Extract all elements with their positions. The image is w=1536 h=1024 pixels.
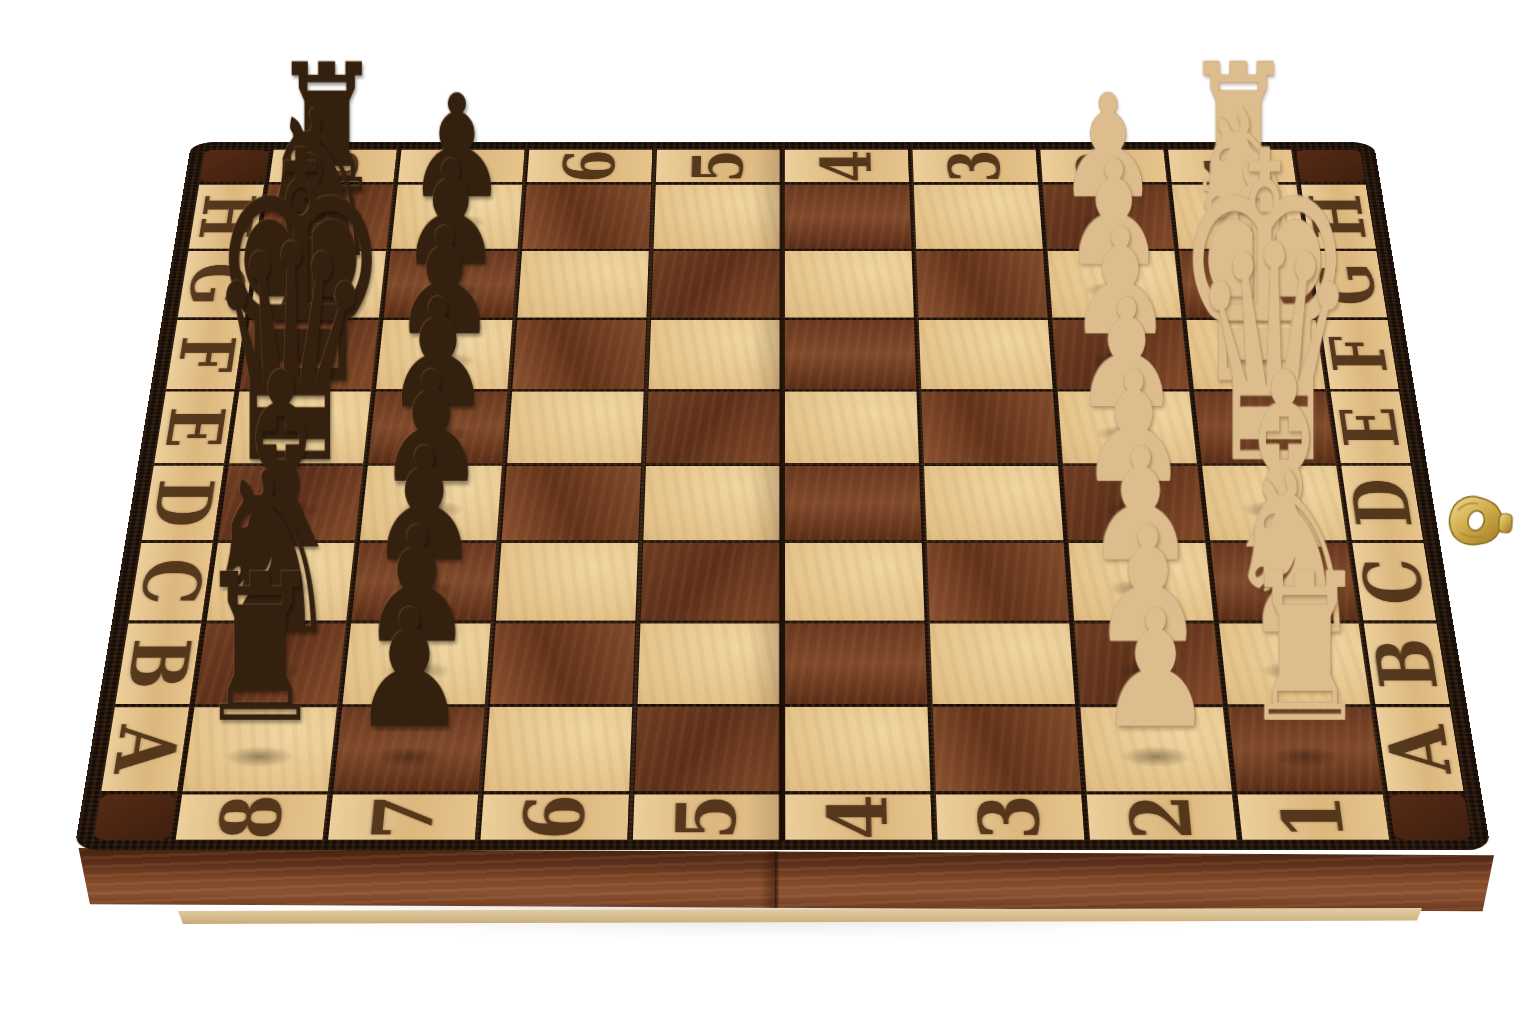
square-d6 xyxy=(502,466,641,540)
piece-light-pawn-a2: ♟ xyxy=(1097,589,1214,752)
square-e3 xyxy=(921,392,1058,464)
brass-clasp-icon xyxy=(1441,489,1521,554)
coord-label: 1 xyxy=(1270,795,1356,840)
photo-background: 87654321H♜♟♟♜HG♞♟♟♞GF♝♟♟♝FE♚♟♟♚ED♛♟♟♛DC♝… xyxy=(0,0,1536,1024)
coord-label: 6 xyxy=(513,795,596,840)
square-h4 xyxy=(785,185,912,249)
coord-label: 5 xyxy=(684,150,753,182)
coord-bottom-1: 1 xyxy=(1238,794,1390,839)
coord-right-b: B xyxy=(1364,624,1450,705)
square-b6 xyxy=(490,624,635,705)
coord-bottom-7: 7 xyxy=(328,794,478,839)
coord-bottom-4: 4 xyxy=(785,794,932,839)
coord-left-a: A xyxy=(101,707,189,791)
coord-label: 6 xyxy=(555,150,625,182)
square-b3 xyxy=(930,624,1075,705)
square-g4 xyxy=(785,251,914,317)
square-a6 xyxy=(484,707,632,791)
coord-right-a: A xyxy=(1376,707,1464,791)
square-g6 xyxy=(517,251,648,317)
piece-dark-rook-a8: ♜ xyxy=(196,548,324,752)
coord-label: 4 xyxy=(812,150,881,182)
square-f4 xyxy=(785,320,916,389)
square-f6 xyxy=(512,320,646,389)
coord-left-b: B xyxy=(115,624,201,705)
square-e4 xyxy=(785,392,919,464)
square-c3 xyxy=(927,543,1069,620)
coord-bottom-8: 8 xyxy=(176,794,328,839)
coord-label: B xyxy=(1364,638,1450,689)
coord-label: B xyxy=(116,638,202,689)
coord-label: 7 xyxy=(361,795,446,840)
square-a7: ♟ xyxy=(333,707,484,791)
board-corner-bottom-left xyxy=(93,794,176,839)
square-a4 xyxy=(785,707,930,791)
coord-label: A xyxy=(1376,725,1463,774)
piece-light-rook-a1: ♜ xyxy=(1241,548,1369,752)
square-d3 xyxy=(924,466,1063,540)
coord-label: 3 xyxy=(940,150,1010,182)
coord-label: 5 xyxy=(666,795,747,840)
coord-top-6: 6 xyxy=(527,150,652,183)
square-a3 xyxy=(933,707,1081,791)
coord-bottom-3: 3 xyxy=(936,794,1085,839)
coord-top-3: 3 xyxy=(913,150,1038,183)
coord-bottom-2: 2 xyxy=(1087,794,1237,839)
square-f3 xyxy=(919,320,1053,389)
square-e6 xyxy=(507,392,644,464)
square-c4 xyxy=(785,543,924,620)
coord-top-4: 4 xyxy=(785,150,909,183)
board-corner-bottom-right xyxy=(1388,794,1471,839)
coord-label: 2 xyxy=(1119,795,1204,840)
piece-dark-pawn-a7: ♟ xyxy=(351,589,468,752)
coord-label: 4 xyxy=(818,795,899,840)
square-a1: ♜ xyxy=(1228,707,1382,791)
coord-bottom-6: 6 xyxy=(480,794,629,839)
square-h3 xyxy=(914,185,1043,249)
square-a2: ♟ xyxy=(1080,707,1231,791)
coord-label: 8 xyxy=(209,795,295,840)
coord-label: A xyxy=(102,725,189,774)
square-d4 xyxy=(785,466,922,540)
square-a8: ♜ xyxy=(183,707,337,791)
chess-board: 87654321H♜♟♟♜HG♞♟♟♞GF♝♟♟♝FE♚♟♟♚ED♛♟♟♛DC♝… xyxy=(74,142,1491,850)
square-b4 xyxy=(785,624,927,705)
square-h6 xyxy=(522,185,651,249)
coord-label: 3 xyxy=(969,795,1052,840)
square-g3 xyxy=(916,251,1047,317)
square-c6 xyxy=(496,543,638,620)
